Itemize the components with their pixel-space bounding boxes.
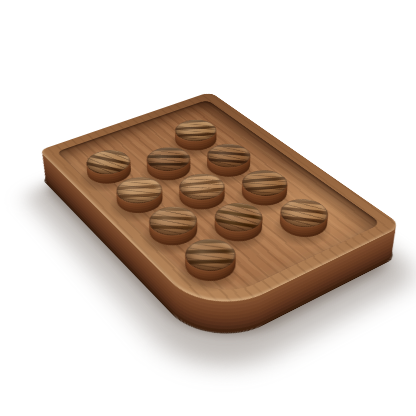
game-board — [39, 92, 403, 321]
product-photo-canvas — [0, 0, 416, 416]
game-disc[interactable] — [271, 205, 337, 245]
